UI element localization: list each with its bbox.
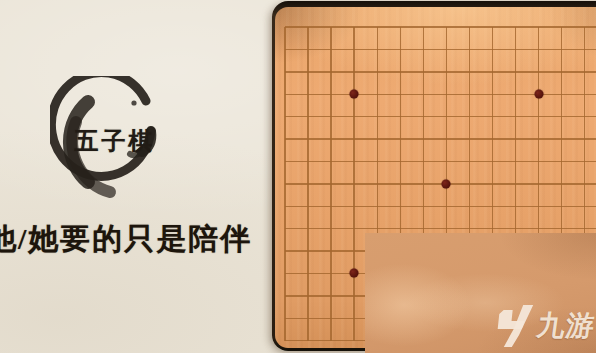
watermark: 九游 bbox=[494, 305, 595, 347]
grid-line-horizontal bbox=[285, 206, 596, 207]
9game-logo-icon bbox=[492, 305, 536, 347]
grid-line-horizontal bbox=[285, 71, 596, 72]
star-point bbox=[442, 179, 451, 188]
star-point bbox=[350, 90, 359, 99]
grid-line-horizontal bbox=[285, 116, 596, 117]
title-panel: 五子棋 他/她要的只是陪伴 bbox=[0, 0, 273, 353]
grid-line-horizontal bbox=[285, 94, 596, 95]
star-point bbox=[534, 90, 543, 99]
watermark-brand: 九游 bbox=[534, 307, 596, 345]
game-title: 五子棋 bbox=[60, 125, 170, 157]
screenshot: 五子棋 他/她要的只是陪伴 九游 bbox=[0, 0, 596, 353]
tagline-text: 他/她要的只是陪伴 bbox=[0, 219, 252, 260]
grid-line-horizontal bbox=[285, 138, 596, 139]
star-point bbox=[350, 269, 359, 278]
grid-line-horizontal bbox=[285, 161, 596, 162]
grid-line-horizontal bbox=[285, 228, 596, 229]
grid-line-horizontal bbox=[285, 183, 596, 184]
